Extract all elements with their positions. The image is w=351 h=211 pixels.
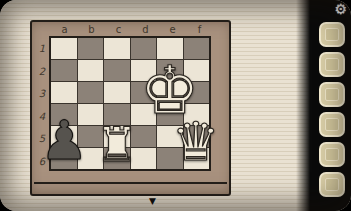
gear-icon[interactable]: ⚙ bbox=[334, 1, 347, 17]
piece-white-rook-c6[interactable]: ♜ bbox=[96, 121, 138, 168]
square-b1[interactable] bbox=[78, 38, 104, 59]
game-screen: abcdef 123456 ♟♜♚♛ ▼ ⚙ bbox=[0, 0, 351, 211]
file-label-f: f bbox=[190, 24, 210, 35]
down-arrow-icon[interactable]: ▼ bbox=[149, 196, 156, 206]
slot-well bbox=[325, 118, 339, 131]
rank-label-3: 3 bbox=[37, 88, 47, 100]
inventory-slot-4[interactable] bbox=[319, 112, 345, 137]
piece-dark-pawn-a6[interactable]: ♟ bbox=[40, 114, 88, 168]
slot-well bbox=[325, 58, 339, 71]
inventory-sidebar: ⚙ bbox=[310, 0, 351, 211]
square-a2[interactable] bbox=[51, 60, 77, 81]
file-label-d: d bbox=[136, 24, 156, 35]
square-b3[interactable] bbox=[78, 82, 104, 103]
file-label-e: e bbox=[163, 24, 183, 35]
inventory-slot-2[interactable] bbox=[319, 52, 345, 77]
file-label-b: b bbox=[82, 24, 102, 35]
square-b2[interactable] bbox=[78, 60, 104, 81]
square-a1[interactable] bbox=[51, 38, 77, 59]
file-label-c: c bbox=[109, 24, 129, 35]
square-c2[interactable] bbox=[104, 60, 130, 81]
slot-well bbox=[325, 88, 339, 101]
inventory-slots bbox=[319, 22, 345, 197]
square-c3[interactable] bbox=[104, 82, 130, 103]
file-label-a: a bbox=[55, 24, 75, 35]
square-c1[interactable] bbox=[104, 38, 130, 59]
slot-well bbox=[325, 178, 339, 191]
inventory-slot-5[interactable] bbox=[319, 142, 345, 167]
slot-well bbox=[325, 28, 339, 41]
slot-well bbox=[325, 148, 339, 161]
rank-label-1: 1 bbox=[37, 43, 47, 55]
chess-board: abcdef 123456 ♟♜♚♛ bbox=[30, 20, 231, 196]
piece-white-queen-f6[interactable]: ♛ bbox=[172, 115, 220, 168]
frame-bottom-groove bbox=[34, 182, 227, 184]
inventory-slot-6[interactable] bbox=[319, 172, 345, 197]
rank-label-2: 2 bbox=[37, 66, 47, 78]
square-a3[interactable] bbox=[51, 82, 77, 103]
inventory-slot-1[interactable] bbox=[319, 22, 345, 47]
inventory-slot-3[interactable] bbox=[319, 82, 345, 107]
